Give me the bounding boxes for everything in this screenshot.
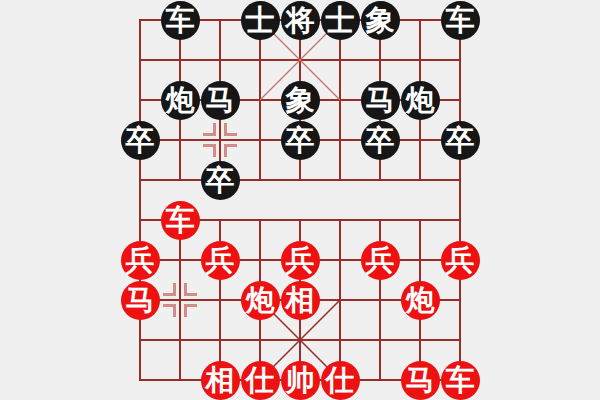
piece-red-soldier[interactable]: 兵 [361,241,400,280]
piece-black-soldier[interactable]: 卒 [361,121,400,160]
piece-black-elephant[interactable]: 象 [361,1,400,40]
piece-black-cannon[interactable]: 炮 [401,81,440,120]
piece-red-cannon[interactable]: 炮 [401,281,440,320]
marker-corner [203,123,216,136]
piece-black-chariot[interactable]: 车 [441,1,480,40]
piece-black-chariot[interactable]: 车 [161,1,200,40]
piece-red-chariot[interactable]: 车 [161,201,200,240]
last-move-origin-marker-red [163,283,197,317]
piece-black-cannon[interactable]: 炮 [161,81,200,120]
marker-corner [203,144,216,157]
piece-red-horse[interactable]: 马 [401,361,440,400]
last-move-origin-marker-black [203,123,237,157]
piece-red-elephant[interactable]: 相 [281,281,320,320]
piece-red-soldier[interactable]: 兵 [121,241,160,280]
piece-black-elephant[interactable]: 象 [281,81,320,120]
piece-black-advisor[interactable]: 士 [241,1,280,40]
xiangqi-board: 车士将士象车炮马象马炮卒卒卒卒卒车兵兵兵兵兵马炮相炮相仕帅仕马车 [0,0,600,400]
marker-corner [163,304,176,317]
piece-black-soldier[interactable]: 卒 [441,121,480,160]
piece-red-soldier[interactable]: 兵 [281,241,320,280]
piece-red-advisor[interactable]: 仕 [241,361,280,400]
piece-red-general[interactable]: 帅 [281,361,320,400]
piece-red-chariot[interactable]: 车 [441,361,480,400]
piece-red-cannon[interactable]: 炮 [241,281,280,320]
piece-black-soldier[interactable]: 卒 [281,121,320,160]
marker-corner [224,144,237,157]
marker-corner [184,283,197,296]
piece-black-general[interactable]: 将 [281,1,320,40]
piece-red-advisor[interactable]: 仕 [321,361,360,400]
board-intersections-grid: 车士将士象车炮马象马炮卒卒卒卒卒车兵兵兵兵兵马炮相炮相仕帅仕马车 [120,0,480,400]
marker-corner [224,123,237,136]
piece-black-horse[interactable]: 马 [201,81,240,120]
piece-black-horse[interactable]: 马 [361,81,400,120]
piece-red-soldier[interactable]: 兵 [201,241,240,280]
piece-black-soldier[interactable]: 卒 [201,161,240,200]
piece-red-soldier[interactable]: 兵 [441,241,480,280]
piece-red-horse[interactable]: 马 [121,281,160,320]
marker-corner [184,304,197,317]
piece-black-advisor[interactable]: 士 [321,1,360,40]
piece-red-elephant[interactable]: 相 [201,361,240,400]
marker-corner [163,283,176,296]
piece-black-soldier[interactable]: 卒 [121,121,160,160]
